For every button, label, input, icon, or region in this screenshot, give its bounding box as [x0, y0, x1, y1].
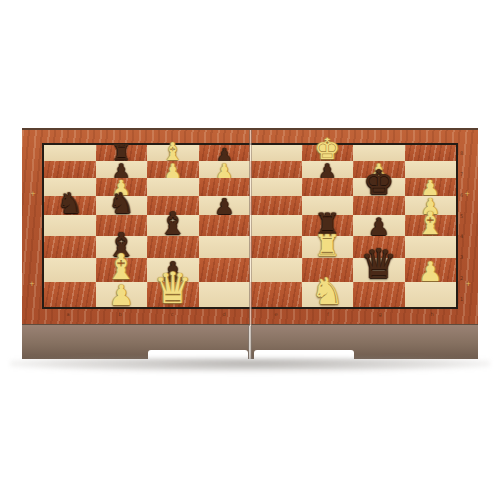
- file-label-h: h: [406, 311, 458, 317]
- square-a4[interactable]: [44, 215, 96, 236]
- square-d4[interactable]: [199, 215, 251, 236]
- white-bishop[interactable]: ♝: [416, 208, 444, 239]
- black-queen[interactable]: ♛: [360, 244, 397, 285]
- square-f6[interactable]: [302, 178, 354, 196]
- square-g2[interactable]: ♛: [353, 258, 405, 282]
- square-b5[interactable]: ♞: [96, 196, 148, 215]
- square-g4[interactable]: ♟: [353, 215, 405, 236]
- square-a1[interactable]: [44, 282, 96, 307]
- black-knight[interactable]: ♞: [108, 189, 134, 218]
- square-a8[interactable]: [44, 145, 96, 161]
- square-h3[interactable]: [405, 236, 457, 258]
- rank-label-1: 1: [460, 288, 463, 309]
- frame-ornament: +: [30, 190, 36, 198]
- black-king[interactable]: ♚: [364, 165, 394, 199]
- square-e2[interactable]: [250, 258, 302, 282]
- square-h1[interactable]: [405, 282, 457, 307]
- rank-label-3: 3: [460, 247, 463, 268]
- square-e3[interactable]: [250, 236, 302, 258]
- square-h8[interactable]: [405, 145, 457, 161]
- board-shadow: [10, 358, 490, 372]
- square-g6[interactable]: ♚: [353, 178, 405, 196]
- square-d3[interactable]: [199, 236, 251, 258]
- square-a5[interactable]: ♞: [44, 196, 96, 215]
- square-a3[interactable]: [44, 236, 96, 258]
- square-c3[interactable]: [147, 236, 199, 258]
- file-label-e: e: [250, 311, 302, 317]
- fold-seam: [249, 130, 252, 326]
- square-e6[interactable]: [250, 178, 302, 196]
- square-h4[interactable]: ♝: [405, 215, 457, 236]
- square-d7[interactable]: ♟: [199, 161, 251, 178]
- rank-labels: 87654321: [460, 143, 463, 309]
- square-e1[interactable]: [250, 282, 302, 307]
- square-c7[interactable]: ♟: [147, 161, 199, 178]
- square-g1[interactable]: [353, 282, 405, 307]
- rank-label-4: 4: [460, 226, 463, 247]
- white-knight[interactable]: ♞: [311, 273, 344, 310]
- square-c4[interactable]: ♝: [147, 215, 199, 236]
- white-pawn[interactable]: ♟: [109, 282, 134, 310]
- square-a7[interactable]: [44, 161, 96, 178]
- square-d2[interactable]: [199, 258, 251, 282]
- rank-label-8: 8: [460, 143, 463, 164]
- square-b1[interactable]: ♟: [96, 282, 148, 307]
- square-a2[interactable]: [44, 258, 96, 282]
- square-e8[interactable]: [250, 145, 302, 161]
- frame-ornament: +: [465, 280, 471, 288]
- rank-label-5: 5: [460, 205, 463, 226]
- white-queen[interactable]: ♛: [153, 267, 192, 310]
- rank-label-6: 6: [460, 185, 463, 206]
- frame-ornament: +: [464, 190, 470, 198]
- file-label-b: b: [94, 311, 146, 317]
- square-d5[interactable]: ♟: [199, 196, 251, 215]
- frame-ornament: +: [29, 280, 35, 288]
- square-f3[interactable]: ♜: [302, 236, 354, 258]
- white-rook[interactable]: ♜: [314, 231, 341, 261]
- chess-board-assembly: + + + + ♜♝♟♚♟♟♟♟♟♟♚♟♞♞♟♟♝♜♟♝♝♜♝♟♛♟♟♛♞ ab…: [22, 128, 478, 359]
- side-seam: [248, 325, 252, 359]
- file-label-f: f: [302, 311, 354, 317]
- square-e4[interactable]: [250, 215, 302, 236]
- file-label-c: c: [146, 311, 198, 317]
- rank-label-7: 7: [460, 164, 463, 185]
- file-label-a: a: [42, 311, 94, 317]
- black-knight[interactable]: ♞: [57, 189, 83, 218]
- file-label-g: g: [354, 311, 406, 317]
- board-side-panel: [22, 324, 478, 359]
- square-e7[interactable]: [250, 161, 302, 178]
- board-frame: + + + + ♜♝♟♚♟♟♟♟♟♟♚♟♞♞♟♟♝♜♟♝♝♜♝♟♛♟♟♛♞ ab…: [22, 128, 478, 324]
- black-bishop[interactable]: ♝: [159, 208, 187, 239]
- file-label-d: d: [198, 311, 250, 317]
- square-e5[interactable]: [250, 196, 302, 215]
- white-pawn[interactable]: ♟: [418, 258, 442, 285]
- square-c1[interactable]: ♛: [147, 282, 199, 307]
- scene: + + + + ♜♝♟♚♟♟♟♟♟♟♚♟♞♞♟♟♝♜♟♝♝♜♝♟♛♟♟♛♞ ab…: [0, 0, 500, 500]
- square-h2[interactable]: ♟: [405, 258, 457, 282]
- square-c6[interactable]: [147, 178, 199, 196]
- rank-label-2: 2: [460, 268, 463, 289]
- square-f1[interactable]: ♞: [302, 282, 354, 307]
- square-f7[interactable]: ♟: [302, 161, 354, 178]
- square-d1[interactable]: [199, 282, 251, 307]
